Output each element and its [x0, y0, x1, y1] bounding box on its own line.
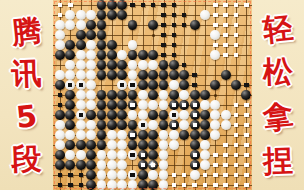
- dead-stone-marker: [193, 163, 197, 167]
- white-stone: [159, 170, 169, 180]
- black-stone: [138, 180, 148, 190]
- black-stone: [76, 30, 86, 40]
- black-stone: [117, 110, 127, 120]
- white-territory-marker: [213, 13, 217, 17]
- black-stone: [55, 110, 65, 120]
- black-stone: [159, 80, 169, 90]
- black-stone: [107, 120, 117, 130]
- black-stone: [169, 120, 179, 130]
- black-stone: [65, 120, 75, 130]
- black-stone: [55, 150, 65, 160]
- black-stone: [241, 90, 251, 100]
- white-territory-marker: [203, 173, 207, 177]
- black-territory-marker: [58, 93, 62, 97]
- white-stone: [169, 140, 179, 150]
- white-stone: [76, 50, 86, 60]
- white-territory-marker: [234, 163, 238, 167]
- white-stone: [107, 150, 117, 160]
- black-stone: [169, 60, 179, 70]
- black-stone: [148, 50, 158, 60]
- white-stone: [169, 80, 179, 90]
- white-stone: [76, 90, 86, 100]
- black-territory-marker: [182, 23, 186, 27]
- black-stone: [97, 0, 107, 10]
- white-stone: [117, 50, 127, 60]
- black-stone: [117, 10, 127, 20]
- black-territory-marker: [192, 73, 196, 77]
- white-territory-marker: [234, 13, 238, 17]
- black-territory-marker: [244, 83, 248, 87]
- white-territory-marker: [213, 23, 217, 27]
- black-territory-marker: [58, 183, 62, 187]
- left-caption: 腾 讯 5 段: [0, 0, 53, 190]
- white-stone: [210, 100, 220, 110]
- black-territory-marker: [58, 173, 62, 177]
- dead-stone-marker: [193, 103, 197, 107]
- black-stone: [65, 160, 75, 170]
- black-territory-marker: [58, 103, 62, 107]
- white-stone: [117, 160, 127, 170]
- black-stone: [107, 100, 117, 110]
- black-stone: [190, 120, 200, 130]
- white-stone: [138, 110, 148, 120]
- caption-char: 捏: [251, 145, 304, 177]
- white-territory-marker: [244, 113, 248, 117]
- dead-stone-marker: [172, 103, 176, 107]
- black-stone: [190, 110, 200, 120]
- white-stone: [128, 110, 138, 120]
- white-stone: [76, 20, 86, 30]
- white-stone: [128, 150, 138, 160]
- white-stone: [117, 180, 127, 190]
- black-stone: [179, 130, 189, 140]
- black-stone: [107, 90, 117, 100]
- black-territory-marker: [79, 183, 83, 187]
- black-stone: [107, 10, 117, 20]
- black-stone: [138, 140, 148, 150]
- white-stone: [179, 90, 189, 100]
- white-stone: [65, 130, 75, 140]
- black-territory-marker: [172, 43, 176, 47]
- black-stone: [138, 160, 148, 170]
- white-territory-marker: [182, 173, 186, 177]
- black-stone: [97, 50, 107, 60]
- white-stone: [210, 30, 220, 40]
- white-territory-marker: [223, 153, 227, 157]
- black-territory-marker: [161, 33, 165, 37]
- black-territory-marker: [161, 53, 165, 57]
- white-territory-marker: [234, 3, 238, 7]
- white-stone: [221, 110, 231, 120]
- white-stone: [200, 10, 210, 20]
- dead-stone-marker: [141, 153, 145, 157]
- black-stone: [169, 90, 179, 100]
- caption-char: 腾: [0, 14, 54, 49]
- black-stone: [97, 10, 107, 20]
- white-territory-marker: [223, 13, 227, 17]
- white-stone: [65, 60, 75, 70]
- star-point: [214, 94, 217, 97]
- white-stone: [128, 60, 138, 70]
- white-territory-marker: [234, 133, 238, 137]
- white-stone: [97, 170, 107, 180]
- thumbnail-stage: 腾 讯 5 段 ✦✦ 轻 松 拿 捏: [0, 0, 304, 190]
- black-stone: [200, 130, 210, 140]
- black-stone: [138, 70, 148, 80]
- black-stone: [107, 60, 117, 70]
- star-point: [152, 34, 155, 37]
- white-stone: [76, 10, 86, 20]
- black-stone: [117, 100, 127, 110]
- white-stone: [148, 170, 158, 180]
- black-stone: [179, 80, 189, 90]
- sparkle-icon: ✦: [148, 160, 156, 170]
- black-stone: [169, 100, 179, 110]
- white-stone: [148, 100, 158, 110]
- white-stone: [128, 170, 138, 180]
- white-stone: [76, 80, 86, 90]
- white-stone: [169, 110, 179, 120]
- black-territory-marker: [172, 13, 176, 17]
- black-stone: [128, 140, 138, 150]
- black-territory-marker: [192, 83, 196, 87]
- black-stone: [65, 140, 75, 150]
- black-stone: [76, 160, 86, 170]
- dead-stone-marker: [130, 103, 134, 107]
- black-stone: [97, 90, 107, 100]
- black-stone: [76, 40, 86, 50]
- black-stone: [138, 50, 148, 60]
- white-stone: [86, 80, 96, 90]
- white-territory-marker: [223, 173, 227, 177]
- white-territory-marker: [234, 173, 238, 177]
- black-stone: [97, 60, 107, 70]
- black-stone: [107, 110, 117, 120]
- white-territory-marker: [213, 163, 217, 167]
- black-stone: [200, 120, 210, 130]
- black-stone: [190, 130, 200, 140]
- white-stone: [210, 130, 220, 140]
- black-territory-marker: [182, 63, 186, 67]
- white-territory-marker: [234, 33, 238, 37]
- white-stone: [210, 120, 220, 130]
- white-stone: [148, 120, 158, 130]
- black-stone: [86, 150, 96, 160]
- black-stone: [128, 120, 138, 130]
- white-stone: [159, 180, 169, 190]
- white-territory-marker: [68, 3, 72, 7]
- black-stone: [148, 130, 158, 140]
- black-stone: [159, 70, 169, 80]
- black-territory-marker: [141, 3, 145, 7]
- black-territory-marker: [161, 43, 165, 47]
- white-stone: [128, 180, 138, 190]
- black-stone: [138, 130, 148, 140]
- white-stone: [76, 110, 86, 120]
- white-territory-marker: [182, 183, 186, 187]
- black-stone: [190, 20, 200, 30]
- white-stone: [55, 120, 65, 130]
- black-stone: [117, 60, 127, 70]
- dead-stone-marker: [130, 173, 134, 177]
- white-territory-marker: [244, 103, 248, 107]
- white-stone: [76, 60, 86, 70]
- white-territory-marker: [213, 43, 217, 47]
- black-stone: [190, 150, 200, 160]
- white-stone: [86, 90, 96, 100]
- dead-stone-marker: [182, 103, 186, 107]
- black-stone: [159, 120, 169, 130]
- black-stone: [97, 130, 107, 140]
- black-territory-marker: [130, 3, 134, 7]
- white-stone: [117, 80, 127, 90]
- black-stone: [86, 110, 96, 120]
- white-territory-marker: [223, 33, 227, 37]
- black-stone: [138, 150, 148, 160]
- white-stone: [107, 140, 117, 150]
- black-stone: [97, 110, 107, 120]
- black-stone: [117, 70, 127, 80]
- black-stone: [169, 70, 179, 80]
- black-territory-marker: [161, 23, 165, 27]
- white-territory-marker: [58, 13, 62, 17]
- black-stone: [107, 50, 117, 60]
- white-territory-marker: [223, 143, 227, 147]
- black-stone: [148, 180, 158, 190]
- black-stone: [128, 90, 138, 100]
- white-territory-marker: [223, 43, 227, 47]
- white-stone: [210, 50, 220, 60]
- black-stone: [107, 70, 117, 80]
- white-stone: [107, 170, 117, 180]
- dead-stone-marker: [120, 83, 124, 87]
- black-stone: [55, 160, 65, 170]
- white-stone: [107, 130, 117, 140]
- caption-char: 5: [0, 99, 54, 134]
- black-stone: [65, 90, 75, 100]
- black-stone: [128, 130, 138, 140]
- white-territory-marker: [244, 123, 248, 127]
- black-stone: [97, 30, 107, 40]
- white-stone: [55, 40, 65, 50]
- sparkle-icon: ✦: [117, 150, 125, 160]
- white-stone: [200, 150, 210, 160]
- black-territory-marker: [172, 53, 176, 57]
- white-stone: [200, 100, 210, 110]
- white-stone: [138, 120, 148, 130]
- black-stone: [148, 140, 158, 150]
- white-stone: [86, 120, 96, 130]
- black-stone: [128, 20, 138, 30]
- black-stone: [200, 110, 210, 120]
- white-territory-marker: [244, 153, 248, 157]
- black-stone: [86, 20, 96, 30]
- black-territory-marker: [182, 13, 186, 17]
- dead-stone-marker: [130, 133, 134, 137]
- white-stone: [65, 20, 75, 30]
- white-stone: [76, 130, 86, 140]
- white-stone: [76, 150, 86, 160]
- white-territory-marker: [223, 163, 227, 167]
- white-stone: [210, 110, 220, 120]
- white-stone: [65, 80, 75, 90]
- black-stone: [97, 120, 107, 130]
- dead-stone-marker: [79, 83, 83, 87]
- white-stone: [169, 130, 179, 140]
- white-stone: [76, 120, 86, 130]
- white-stone: [159, 140, 169, 150]
- white-stone: [159, 150, 169, 160]
- white-stone: [148, 60, 158, 70]
- white-territory-marker: [244, 183, 248, 187]
- white-stone: [128, 80, 138, 90]
- dead-stone-marker: [172, 123, 176, 127]
- black-stone: [138, 80, 148, 90]
- white-stone: [159, 100, 169, 110]
- black-stone: [190, 140, 200, 150]
- white-territory-marker: [223, 3, 227, 7]
- white-stone: [138, 90, 148, 100]
- go-board[interactable]: ✦✦: [53, 0, 252, 190]
- white-territory-marker: [203, 183, 207, 187]
- black-stone: [190, 160, 200, 170]
- black-stone: [86, 140, 96, 150]
- black-stone: [148, 70, 158, 80]
- black-stone: [97, 100, 107, 110]
- white-stone: [107, 160, 117, 170]
- black-stone: [159, 60, 169, 70]
- dead-stone-marker: [130, 153, 134, 157]
- black-territory-marker: [68, 183, 72, 187]
- black-territory-marker: [172, 33, 176, 37]
- white-stone: [117, 130, 127, 140]
- white-territory-marker: [213, 3, 217, 7]
- white-stone: [159, 160, 169, 170]
- white-stone: [97, 150, 107, 160]
- black-stone: [210, 80, 220, 90]
- black-stone: [117, 0, 127, 10]
- white-stone: [97, 180, 107, 190]
- black-stone: [65, 50, 75, 60]
- dead-stone-marker: [193, 113, 197, 117]
- black-stone: [159, 110, 169, 120]
- white-stone: [55, 20, 65, 30]
- black-stone: [179, 70, 189, 80]
- white-territory-marker: [244, 163, 248, 167]
- white-territory-marker: [172, 173, 176, 177]
- white-stone: [86, 10, 96, 20]
- black-stone: [148, 110, 158, 120]
- black-stone: [117, 120, 127, 130]
- white-stone: [97, 160, 107, 170]
- black-stone: [86, 170, 96, 180]
- white-stone: [86, 50, 96, 60]
- white-stone: [200, 140, 210, 150]
- white-territory-marker: [213, 183, 217, 187]
- white-territory-marker: [172, 183, 176, 187]
- dead-stone-marker: [172, 113, 176, 117]
- caption-char: 轻: [251, 11, 304, 46]
- white-stone: [128, 70, 138, 80]
- white-territory-marker: [223, 23, 227, 27]
- white-stone: [86, 70, 96, 80]
- dead-stone-marker: [141, 123, 145, 127]
- white-stone: [55, 140, 65, 150]
- white-territory-marker: [213, 153, 217, 157]
- white-territory-marker: [244, 173, 248, 177]
- black-stone: [86, 180, 96, 190]
- white-stone: [86, 130, 96, 140]
- black-stone: [128, 50, 138, 60]
- black-stone: [138, 170, 148, 180]
- dead-stone-marker: [193, 123, 197, 127]
- white-territory-marker: [213, 173, 217, 177]
- white-stone: [179, 110, 189, 120]
- white-stone: [159, 90, 169, 100]
- white-stone: [200, 160, 210, 170]
- black-stone: [65, 100, 75, 110]
- white-territory-marker: [234, 143, 238, 147]
- white-territory-marker: [234, 43, 238, 47]
- black-stone: [107, 0, 117, 10]
- black-territory-marker: [161, 3, 165, 7]
- caption-char: 段: [0, 143, 54, 175]
- black-stone: [65, 40, 75, 50]
- dead-stone-marker: [130, 83, 134, 87]
- black-stone: [55, 50, 65, 60]
- white-territory-marker: [234, 53, 238, 57]
- black-territory-marker: [161, 13, 165, 17]
- white-territory-marker: [234, 183, 238, 187]
- dead-stone-marker: [193, 153, 197, 157]
- black-stone: [55, 80, 65, 90]
- black-territory-marker: [79, 173, 83, 177]
- white-stone: [138, 100, 148, 110]
- black-stone: [65, 110, 75, 120]
- white-territory-marker: [234, 23, 238, 27]
- dead-stone-marker: [68, 83, 72, 87]
- black-stone: [148, 80, 158, 90]
- black-stone: [86, 30, 96, 40]
- white-stone: [55, 70, 65, 80]
- black-territory-marker: [68, 173, 72, 177]
- black-stone: [97, 70, 107, 80]
- black-stone: [190, 100, 200, 110]
- white-stone: [55, 130, 65, 140]
- caption-char: 讯: [0, 58, 54, 90]
- black-territory-marker: [172, 3, 176, 7]
- white-territory-marker: [223, 183, 227, 187]
- white-stone: [65, 150, 75, 160]
- white-territory-marker: [234, 113, 238, 117]
- dead-stone-marker: [79, 113, 83, 117]
- right-caption: 轻 松 拿 捏: [252, 0, 304, 190]
- white-territory-marker: [223, 53, 227, 57]
- black-stone: [76, 140, 86, 150]
- caption-char: 拿: [251, 99, 304, 134]
- black-territory-marker: [172, 23, 176, 27]
- white-stone: [159, 130, 169, 140]
- white-stone: [55, 30, 65, 40]
- white-stone: [86, 100, 96, 110]
- caption-char: 松: [251, 56, 304, 88]
- black-stone: [97, 20, 107, 30]
- white-territory-marker: [58, 3, 62, 7]
- white-stone: [179, 120, 189, 130]
- white-stone: [86, 60, 96, 70]
- white-stone: [138, 60, 148, 70]
- black-stone: [148, 20, 158, 30]
